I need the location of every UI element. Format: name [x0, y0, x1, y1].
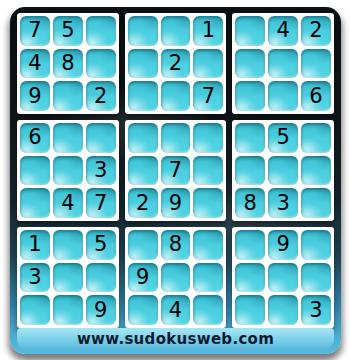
cell-r5c4[interactable]	[128, 156, 158, 186]
cell-r5c8[interactable]	[268, 156, 298, 186]
cell-r5c6[interactable]	[193, 156, 223, 186]
cell-r9c1[interactable]	[20, 295, 50, 325]
cell-r4c8[interactable]: 5	[268, 123, 298, 153]
board-frame: 7548921274266347729583153989493 www.sudo…	[10, 7, 341, 354]
cell-r6c6[interactable]	[193, 188, 223, 218]
cell-r4c2[interactable]	[53, 123, 83, 153]
cell-r9c9[interactable]: 3	[301, 295, 331, 325]
cell-r5c5[interactable]: 7	[161, 156, 191, 186]
cell-r3c5[interactable]	[161, 81, 191, 111]
cell-r1c2[interactable]: 5	[53, 16, 83, 46]
cell-r9c5[interactable]: 4	[161, 295, 191, 325]
cell-r4c5[interactable]	[161, 123, 191, 153]
sudoku-board: 7548921274266347729583153989493	[17, 13, 334, 328]
cell-r2c7[interactable]	[235, 49, 265, 79]
cell-r9c4[interactable]	[128, 295, 158, 325]
cell-r6c3[interactable]: 7	[86, 188, 116, 218]
cell-r3c4[interactable]	[128, 81, 158, 111]
box-r1c1: 729	[125, 120, 227, 221]
cell-r3c1[interactable]: 9	[20, 81, 50, 111]
cell-r8c9[interactable]	[301, 263, 331, 293]
cell-r8c7[interactable]	[235, 263, 265, 293]
cell-r2c3[interactable]	[86, 49, 116, 79]
cell-r2c4[interactable]	[128, 49, 158, 79]
cell-r1c3[interactable]	[86, 16, 116, 46]
cell-r2c8[interactable]	[268, 49, 298, 79]
cell-r3c3[interactable]: 2	[86, 81, 116, 111]
cell-r2c6[interactable]	[193, 49, 223, 79]
cell-r7c7[interactable]	[235, 230, 265, 260]
cell-r1c9[interactable]: 2	[301, 16, 331, 46]
box-r2c0: 1539	[17, 227, 119, 328]
cell-r6c2[interactable]: 4	[53, 188, 83, 218]
cell-r9c7[interactable]	[235, 295, 265, 325]
cell-r1c5[interactable]	[161, 16, 191, 46]
cell-r4c1[interactable]: 6	[20, 123, 50, 153]
cell-r5c9[interactable]	[301, 156, 331, 186]
cell-r4c3[interactable]	[86, 123, 116, 153]
cell-r9c2[interactable]	[53, 295, 83, 325]
cell-r7c4[interactable]	[128, 230, 158, 260]
cell-r8c6[interactable]	[193, 263, 223, 293]
cell-r2c9[interactable]	[301, 49, 331, 79]
cell-r6c5[interactable]: 9	[161, 188, 191, 218]
box-r0c2: 426	[232, 13, 334, 114]
cell-r7c9[interactable]	[301, 230, 331, 260]
cell-r7c6[interactable]	[193, 230, 223, 260]
cell-r3c2[interactable]	[53, 81, 83, 111]
cell-r5c7[interactable]	[235, 156, 265, 186]
cell-r2c1[interactable]: 4	[20, 49, 50, 79]
cell-r2c5[interactable]: 2	[161, 49, 191, 79]
cell-r7c2[interactable]	[53, 230, 83, 260]
cell-r4c7[interactable]	[235, 123, 265, 153]
cell-r3c6[interactable]: 7	[193, 81, 223, 111]
cell-r1c7[interactable]	[235, 16, 265, 46]
cell-r9c8[interactable]	[268, 295, 298, 325]
cell-r9c6[interactable]	[193, 295, 223, 325]
cell-r1c8[interactable]: 4	[268, 16, 298, 46]
cell-r5c3[interactable]: 3	[86, 156, 116, 186]
cell-r8c8[interactable]	[268, 263, 298, 293]
cell-r2c2[interactable]: 8	[53, 49, 83, 79]
box-r2c1: 894	[125, 227, 227, 328]
cell-r8c2[interactable]	[53, 263, 83, 293]
cell-r7c3[interactable]: 5	[86, 230, 116, 260]
cell-r4c4[interactable]	[128, 123, 158, 153]
box-r0c0: 754892	[17, 13, 119, 114]
cell-r1c1[interactable]: 7	[20, 16, 50, 46]
cell-r6c1[interactable]	[20, 188, 50, 218]
box-r0c1: 127	[125, 13, 227, 114]
cell-r3c8[interactable]	[268, 81, 298, 111]
box-r1c0: 6347	[17, 120, 119, 221]
cell-r4c6[interactable]	[193, 123, 223, 153]
box-r1c2: 583	[232, 120, 334, 221]
cell-r8c4[interactable]: 9	[128, 263, 158, 293]
cell-r5c2[interactable]	[53, 156, 83, 186]
cell-r4c9[interactable]	[301, 123, 331, 153]
cell-r8c5[interactable]	[161, 263, 191, 293]
cell-r6c4[interactable]: 2	[128, 188, 158, 218]
cell-r8c1[interactable]: 3	[20, 263, 50, 293]
cell-r9c3[interactable]: 9	[86, 295, 116, 325]
site-url: www.sudokusweb.com	[17, 328, 334, 350]
box-r2c2: 93	[232, 227, 334, 328]
cell-r1c6[interactable]: 1	[193, 16, 223, 46]
cell-r7c8[interactable]: 9	[268, 230, 298, 260]
cell-r3c7[interactable]	[235, 81, 265, 111]
cell-r5c1[interactable]	[20, 156, 50, 186]
cell-r8c3[interactable]	[86, 263, 116, 293]
cell-r6c8[interactable]: 3	[268, 188, 298, 218]
sudoku-page: 7548921274266347729583153989493 www.sudo…	[0, 0, 350, 360]
cell-r6c9[interactable]	[301, 188, 331, 218]
cell-r7c5[interactable]: 8	[161, 230, 191, 260]
cell-r3c9[interactable]: 6	[301, 81, 331, 111]
cell-r7c1[interactable]: 1	[20, 230, 50, 260]
cell-r6c7[interactable]: 8	[235, 188, 265, 218]
cell-r1c4[interactable]	[128, 16, 158, 46]
